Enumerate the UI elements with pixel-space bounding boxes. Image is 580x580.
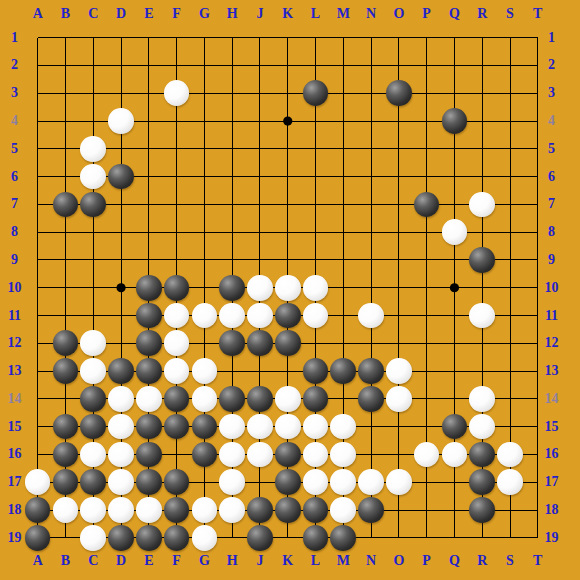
intersection-T15[interactable] <box>524 413 552 441</box>
intersection-Q15[interactable] <box>441 413 469 441</box>
intersection-F18[interactable] <box>163 496 191 524</box>
intersection-H14[interactable] <box>218 385 246 413</box>
intersection-N15[interactable] <box>357 413 385 441</box>
intersection-K4[interactable] <box>274 107 302 135</box>
intersection-A17[interactable] <box>24 468 52 496</box>
intersection-F13[interactable] <box>163 357 191 385</box>
intersection-S16[interactable] <box>496 441 524 469</box>
intersection-P5[interactable] <box>413 135 441 163</box>
intersection-P18[interactable] <box>413 496 441 524</box>
intersection-H1[interactable] <box>218 24 246 52</box>
intersection-S1[interactable] <box>496 24 524 52</box>
intersection-A1[interactable] <box>24 24 52 52</box>
intersection-S2[interactable] <box>496 52 524 80</box>
intersection-R9[interactable] <box>468 246 496 274</box>
intersection-Q12[interactable] <box>441 329 469 357</box>
intersection-M11[interactable] <box>329 302 357 330</box>
intersection-D15[interactable] <box>107 413 135 441</box>
intersection-D9[interactable] <box>107 246 135 274</box>
intersection-R12[interactable] <box>468 329 496 357</box>
intersection-D3[interactable] <box>107 79 135 107</box>
intersection-C13[interactable] <box>79 357 107 385</box>
intersection-O18[interactable] <box>385 496 413 524</box>
intersection-D7[interactable] <box>107 190 135 218</box>
intersection-Q5[interactable] <box>441 135 469 163</box>
intersection-C9[interactable] <box>79 246 107 274</box>
intersection-Q3[interactable] <box>441 79 469 107</box>
intersection-G12[interactable] <box>190 329 218 357</box>
intersection-P19[interactable] <box>413 524 441 552</box>
intersection-G7[interactable] <box>190 190 218 218</box>
intersection-L19[interactable] <box>302 524 330 552</box>
intersection-O6[interactable] <box>385 163 413 191</box>
intersection-M13[interactable] <box>329 357 357 385</box>
intersection-A9[interactable] <box>24 246 52 274</box>
intersection-C12[interactable] <box>79 329 107 357</box>
intersection-S10[interactable] <box>496 274 524 302</box>
intersection-T7[interactable] <box>524 190 552 218</box>
intersection-S11[interactable] <box>496 302 524 330</box>
intersection-T3[interactable] <box>524 79 552 107</box>
intersection-O8[interactable] <box>385 218 413 246</box>
intersection-B14[interactable] <box>52 385 80 413</box>
intersection-Q11[interactable] <box>441 302 469 330</box>
intersection-C18[interactable] <box>79 496 107 524</box>
intersection-P13[interactable] <box>413 357 441 385</box>
intersection-S3[interactable] <box>496 79 524 107</box>
intersection-R11[interactable] <box>468 302 496 330</box>
intersection-T6[interactable] <box>524 163 552 191</box>
intersection-D8[interactable] <box>107 218 135 246</box>
intersection-L6[interactable] <box>302 163 330 191</box>
intersection-D11[interactable] <box>107 302 135 330</box>
intersection-H7[interactable] <box>218 190 246 218</box>
intersection-N2[interactable] <box>357 52 385 80</box>
intersection-R17[interactable] <box>468 468 496 496</box>
intersection-E7[interactable] <box>135 190 163 218</box>
intersection-F17[interactable] <box>163 468 191 496</box>
intersection-G9[interactable] <box>190 246 218 274</box>
intersection-B11[interactable] <box>52 302 80 330</box>
intersection-Q9[interactable] <box>441 246 469 274</box>
intersection-B10[interactable] <box>52 274 80 302</box>
intersection-K18[interactable] <box>274 496 302 524</box>
intersection-P9[interactable] <box>413 246 441 274</box>
intersection-F14[interactable] <box>163 385 191 413</box>
intersection-B12[interactable] <box>52 329 80 357</box>
intersection-H6[interactable] <box>218 163 246 191</box>
intersection-K11[interactable] <box>274 302 302 330</box>
intersection-K6[interactable] <box>274 163 302 191</box>
intersection-H18[interactable] <box>218 496 246 524</box>
intersection-K17[interactable] <box>274 468 302 496</box>
intersection-K12[interactable] <box>274 329 302 357</box>
intersection-J11[interactable] <box>246 302 274 330</box>
intersection-B17[interactable] <box>52 468 80 496</box>
intersection-L18[interactable] <box>302 496 330 524</box>
intersection-H9[interactable] <box>218 246 246 274</box>
intersection-T2[interactable] <box>524 52 552 80</box>
intersection-R14[interactable] <box>468 385 496 413</box>
intersection-C19[interactable] <box>79 524 107 552</box>
intersection-Q10[interactable] <box>441 274 469 302</box>
intersection-N9[interactable] <box>357 246 385 274</box>
intersection-R16[interactable] <box>468 441 496 469</box>
intersection-L16[interactable] <box>302 441 330 469</box>
intersection-N3[interactable] <box>357 79 385 107</box>
intersection-C7[interactable] <box>79 190 107 218</box>
intersection-A18[interactable] <box>24 496 52 524</box>
intersection-R1[interactable] <box>468 24 496 52</box>
intersection-H10[interactable] <box>218 274 246 302</box>
intersection-L1[interactable] <box>302 24 330 52</box>
intersection-S12[interactable] <box>496 329 524 357</box>
intersection-R5[interactable] <box>468 135 496 163</box>
intersection-O7[interactable] <box>385 190 413 218</box>
intersection-R10[interactable] <box>468 274 496 302</box>
intersection-Q14[interactable] <box>441 385 469 413</box>
intersection-C10[interactable] <box>79 274 107 302</box>
intersection-N19[interactable] <box>357 524 385 552</box>
intersection-N7[interactable] <box>357 190 385 218</box>
intersection-G15[interactable] <box>190 413 218 441</box>
intersection-E14[interactable] <box>135 385 163 413</box>
intersection-F8[interactable] <box>163 218 191 246</box>
intersection-D5[interactable] <box>107 135 135 163</box>
intersection-F5[interactable] <box>163 135 191 163</box>
intersection-T18[interactable] <box>524 496 552 524</box>
intersection-K3[interactable] <box>274 79 302 107</box>
intersection-S14[interactable] <box>496 385 524 413</box>
intersection-Q6[interactable] <box>441 163 469 191</box>
intersection-G14[interactable] <box>190 385 218 413</box>
intersection-G3[interactable] <box>190 79 218 107</box>
intersection-C5[interactable] <box>79 135 107 163</box>
intersection-F16[interactable] <box>163 441 191 469</box>
intersection-P7[interactable] <box>413 190 441 218</box>
intersection-S8[interactable] <box>496 218 524 246</box>
intersection-T19[interactable] <box>524 524 552 552</box>
intersection-C8[interactable] <box>79 218 107 246</box>
intersection-T10[interactable] <box>524 274 552 302</box>
intersection-C15[interactable] <box>79 413 107 441</box>
intersection-M9[interactable] <box>329 246 357 274</box>
intersection-M18[interactable] <box>329 496 357 524</box>
intersection-G1[interactable] <box>190 24 218 52</box>
intersection-B18[interactable] <box>52 496 80 524</box>
intersection-L10[interactable] <box>302 274 330 302</box>
intersection-L4[interactable] <box>302 107 330 135</box>
intersection-Q17[interactable] <box>441 468 469 496</box>
intersection-K5[interactable] <box>274 135 302 163</box>
intersection-K19[interactable] <box>274 524 302 552</box>
intersection-S4[interactable] <box>496 107 524 135</box>
intersection-O9[interactable] <box>385 246 413 274</box>
intersection-N4[interactable] <box>357 107 385 135</box>
intersection-J15[interactable] <box>246 413 274 441</box>
intersection-T4[interactable] <box>524 107 552 135</box>
intersection-D14[interactable] <box>107 385 135 413</box>
intersection-P6[interactable] <box>413 163 441 191</box>
intersection-E8[interactable] <box>135 218 163 246</box>
intersection-K13[interactable] <box>274 357 302 385</box>
intersection-L2[interactable] <box>302 52 330 80</box>
intersection-B1[interactable] <box>52 24 80 52</box>
intersection-J12[interactable] <box>246 329 274 357</box>
intersection-P16[interactable] <box>413 441 441 469</box>
intersection-D10[interactable] <box>107 274 135 302</box>
intersection-L9[interactable] <box>302 246 330 274</box>
intersection-F1[interactable] <box>163 24 191 52</box>
intersection-N16[interactable] <box>357 441 385 469</box>
intersection-H17[interactable] <box>218 468 246 496</box>
intersection-J4[interactable] <box>246 107 274 135</box>
intersection-G16[interactable] <box>190 441 218 469</box>
intersection-F7[interactable] <box>163 190 191 218</box>
intersection-S9[interactable] <box>496 246 524 274</box>
intersection-N18[interactable] <box>357 496 385 524</box>
intersection-S15[interactable] <box>496 413 524 441</box>
intersection-A10[interactable] <box>24 274 52 302</box>
intersection-D4[interactable] <box>107 107 135 135</box>
intersection-J16[interactable] <box>246 441 274 469</box>
intersection-R4[interactable] <box>468 107 496 135</box>
intersection-N10[interactable] <box>357 274 385 302</box>
intersection-D2[interactable] <box>107 52 135 80</box>
intersection-G17[interactable] <box>190 468 218 496</box>
intersection-M17[interactable] <box>329 468 357 496</box>
intersection-D18[interactable] <box>107 496 135 524</box>
intersection-G18[interactable] <box>190 496 218 524</box>
intersection-J18[interactable] <box>246 496 274 524</box>
intersection-O1[interactable] <box>385 24 413 52</box>
intersection-T14[interactable] <box>524 385 552 413</box>
intersection-G11[interactable] <box>190 302 218 330</box>
intersection-E1[interactable] <box>135 24 163 52</box>
intersection-E3[interactable] <box>135 79 163 107</box>
intersection-S19[interactable] <box>496 524 524 552</box>
intersection-A8[interactable] <box>24 218 52 246</box>
intersection-P17[interactable] <box>413 468 441 496</box>
intersection-T11[interactable] <box>524 302 552 330</box>
intersection-E6[interactable] <box>135 163 163 191</box>
intersection-H8[interactable] <box>218 218 246 246</box>
intersection-G8[interactable] <box>190 218 218 246</box>
intersection-P14[interactable] <box>413 385 441 413</box>
intersection-K8[interactable] <box>274 218 302 246</box>
intersection-M7[interactable] <box>329 190 357 218</box>
intersection-C4[interactable] <box>79 107 107 135</box>
intersection-R7[interactable] <box>468 190 496 218</box>
intersection-E19[interactable] <box>135 524 163 552</box>
intersection-J8[interactable] <box>246 218 274 246</box>
intersection-N14[interactable] <box>357 385 385 413</box>
intersection-A15[interactable] <box>24 413 52 441</box>
intersection-M4[interactable] <box>329 107 357 135</box>
intersection-Q7[interactable] <box>441 190 469 218</box>
intersection-J19[interactable] <box>246 524 274 552</box>
intersection-O16[interactable] <box>385 441 413 469</box>
intersection-D13[interactable] <box>107 357 135 385</box>
intersection-L5[interactable] <box>302 135 330 163</box>
intersection-B8[interactable] <box>52 218 80 246</box>
intersection-F11[interactable] <box>163 302 191 330</box>
intersection-R13[interactable] <box>468 357 496 385</box>
intersection-L15[interactable] <box>302 413 330 441</box>
intersection-K15[interactable] <box>274 413 302 441</box>
intersection-N1[interactable] <box>357 24 385 52</box>
intersection-R2[interactable] <box>468 52 496 80</box>
intersection-L17[interactable] <box>302 468 330 496</box>
intersection-H11[interactable] <box>218 302 246 330</box>
intersection-R8[interactable] <box>468 218 496 246</box>
intersection-Q2[interactable] <box>441 52 469 80</box>
intersection-N12[interactable] <box>357 329 385 357</box>
intersection-Q8[interactable] <box>441 218 469 246</box>
intersection-P10[interactable] <box>413 274 441 302</box>
intersection-R18[interactable] <box>468 496 496 524</box>
intersection-G2[interactable] <box>190 52 218 80</box>
intersection-Q18[interactable] <box>441 496 469 524</box>
intersection-K16[interactable] <box>274 441 302 469</box>
intersection-C1[interactable] <box>79 24 107 52</box>
intersection-M6[interactable] <box>329 163 357 191</box>
intersection-M14[interactable] <box>329 385 357 413</box>
intersection-L12[interactable] <box>302 329 330 357</box>
intersection-E12[interactable] <box>135 329 163 357</box>
intersection-O11[interactable] <box>385 302 413 330</box>
intersection-R3[interactable] <box>468 79 496 107</box>
intersection-M3[interactable] <box>329 79 357 107</box>
intersection-N8[interactable] <box>357 218 385 246</box>
intersection-T16[interactable] <box>524 441 552 469</box>
intersection-R15[interactable] <box>468 413 496 441</box>
intersection-N5[interactable] <box>357 135 385 163</box>
intersection-R19[interactable] <box>468 524 496 552</box>
intersection-Q13[interactable] <box>441 357 469 385</box>
intersection-A7[interactable] <box>24 190 52 218</box>
intersection-H5[interactable] <box>218 135 246 163</box>
intersection-H15[interactable] <box>218 413 246 441</box>
intersection-F10[interactable] <box>163 274 191 302</box>
intersection-T8[interactable] <box>524 218 552 246</box>
intersection-S17[interactable] <box>496 468 524 496</box>
intersection-J1[interactable] <box>246 24 274 52</box>
intersection-A16[interactable] <box>24 441 52 469</box>
intersection-M10[interactable] <box>329 274 357 302</box>
intersection-S13[interactable] <box>496 357 524 385</box>
intersection-N11[interactable] <box>357 302 385 330</box>
intersection-B7[interactable] <box>52 190 80 218</box>
intersection-M5[interactable] <box>329 135 357 163</box>
intersection-S18[interactable] <box>496 496 524 524</box>
intersection-B15[interactable] <box>52 413 80 441</box>
intersection-A12[interactable] <box>24 329 52 357</box>
intersection-F4[interactable] <box>163 107 191 135</box>
intersection-L3[interactable] <box>302 79 330 107</box>
intersection-T12[interactable] <box>524 329 552 357</box>
intersection-O12[interactable] <box>385 329 413 357</box>
intersection-E16[interactable] <box>135 441 163 469</box>
intersection-A2[interactable] <box>24 52 52 80</box>
intersection-K7[interactable] <box>274 190 302 218</box>
intersection-J13[interactable] <box>246 357 274 385</box>
intersection-D19[interactable] <box>107 524 135 552</box>
intersection-E11[interactable] <box>135 302 163 330</box>
intersection-C2[interactable] <box>79 52 107 80</box>
intersection-T17[interactable] <box>524 468 552 496</box>
intersection-D17[interactable] <box>107 468 135 496</box>
intersection-Q4[interactable] <box>441 107 469 135</box>
intersection-F19[interactable] <box>163 524 191 552</box>
intersection-E18[interactable] <box>135 496 163 524</box>
intersection-A4[interactable] <box>24 107 52 135</box>
intersection-T5[interactable] <box>524 135 552 163</box>
intersection-H4[interactable] <box>218 107 246 135</box>
intersection-K2[interactable] <box>274 52 302 80</box>
intersection-Q1[interactable] <box>441 24 469 52</box>
intersection-P3[interactable] <box>413 79 441 107</box>
intersection-N6[interactable] <box>357 163 385 191</box>
intersection-K14[interactable] <box>274 385 302 413</box>
intersection-B16[interactable] <box>52 441 80 469</box>
intersection-P12[interactable] <box>413 329 441 357</box>
intersection-P11[interactable] <box>413 302 441 330</box>
intersection-T1[interactable] <box>524 24 552 52</box>
intersection-H12[interactable] <box>218 329 246 357</box>
intersection-K10[interactable] <box>274 274 302 302</box>
intersection-A14[interactable] <box>24 385 52 413</box>
intersection-R6[interactable] <box>468 163 496 191</box>
intersection-C11[interactable] <box>79 302 107 330</box>
intersection-G4[interactable] <box>190 107 218 135</box>
intersection-O3[interactable] <box>385 79 413 107</box>
intersection-J7[interactable] <box>246 190 274 218</box>
intersection-P4[interactable] <box>413 107 441 135</box>
intersection-A6[interactable] <box>24 163 52 191</box>
intersection-G10[interactable] <box>190 274 218 302</box>
intersection-L11[interactable] <box>302 302 330 330</box>
intersection-H13[interactable] <box>218 357 246 385</box>
intersection-S6[interactable] <box>496 163 524 191</box>
intersection-B9[interactable] <box>52 246 80 274</box>
intersection-J5[interactable] <box>246 135 274 163</box>
intersection-E4[interactable] <box>135 107 163 135</box>
intersection-E10[interactable] <box>135 274 163 302</box>
intersection-F15[interactable] <box>163 413 191 441</box>
intersection-O17[interactable] <box>385 468 413 496</box>
intersection-E13[interactable] <box>135 357 163 385</box>
intersection-F9[interactable] <box>163 246 191 274</box>
intersection-B5[interactable] <box>52 135 80 163</box>
intersection-T9[interactable] <box>524 246 552 274</box>
intersection-B6[interactable] <box>52 163 80 191</box>
intersection-P15[interactable] <box>413 413 441 441</box>
intersection-O13[interactable] <box>385 357 413 385</box>
intersection-Q16[interactable] <box>441 441 469 469</box>
intersection-D6[interactable] <box>107 163 135 191</box>
intersection-C16[interactable] <box>79 441 107 469</box>
intersection-F3[interactable] <box>163 79 191 107</box>
intersection-L13[interactable] <box>302 357 330 385</box>
intersection-M12[interactable] <box>329 329 357 357</box>
intersection-H16[interactable] <box>218 441 246 469</box>
intersection-J2[interactable] <box>246 52 274 80</box>
intersection-O2[interactable] <box>385 52 413 80</box>
intersection-B4[interactable] <box>52 107 80 135</box>
intersection-E9[interactable] <box>135 246 163 274</box>
intersection-G6[interactable] <box>190 163 218 191</box>
